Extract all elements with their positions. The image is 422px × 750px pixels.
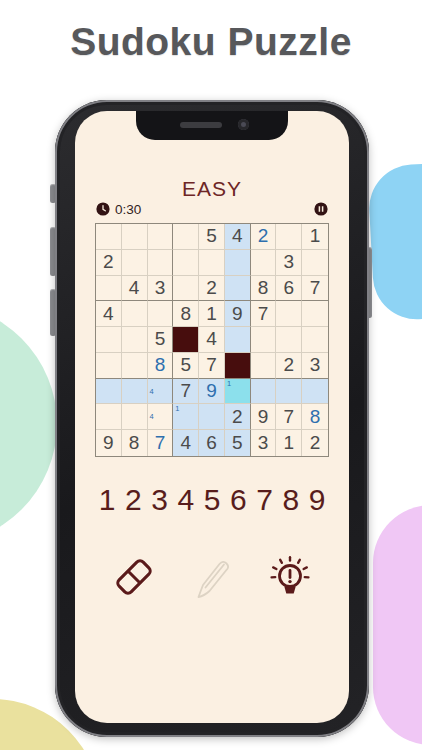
difficulty-label: EASY: [75, 177, 349, 201]
cell-r3c8[interactable]: 6: [276, 276, 302, 302]
cell-r6c3[interactable]: 8: [148, 353, 174, 379]
cell-r3c1[interactable]: [96, 276, 122, 302]
cell-r9c4[interactable]: 4: [173, 430, 199, 456]
cell-r5c8[interactable]: [276, 327, 302, 353]
cell-r2c6[interactable]: [225, 250, 251, 276]
cell-r5c7[interactable]: [251, 327, 277, 353]
cell-r3c7[interactable]: 8: [251, 276, 277, 302]
cell-r2c3[interactable]: [148, 250, 174, 276]
clock-icon: [96, 202, 110, 216]
phone-notch: [136, 111, 288, 140]
cell-r8c3[interactable]: 4: [148, 404, 174, 430]
cell-r8c7[interactable]: 9: [251, 404, 277, 430]
cell-r1c8[interactable]: [276, 224, 302, 250]
cell-r9c2[interactable]: 8: [122, 430, 148, 456]
phone-frame: EASY 0:30: [55, 100, 369, 737]
cell-r5c9[interactable]: [302, 327, 328, 353]
cell-r5c2[interactable]: [122, 327, 148, 353]
cell-r2c5[interactable]: [199, 250, 225, 276]
cell-r6c4[interactable]: 5: [173, 353, 199, 379]
cell-r1c5[interactable]: 5: [199, 224, 225, 250]
cell-r4c4[interactable]: 8: [173, 301, 199, 327]
cell-r3c2[interactable]: 4: [122, 276, 148, 302]
numpad-2[interactable]: 2: [122, 482, 144, 518]
cell-r5c6[interactable]: [225, 327, 251, 353]
eraser-icon: [112, 555, 156, 599]
cell-r2c9[interactable]: [302, 250, 328, 276]
cell-r2c1[interactable]: 2: [96, 250, 122, 276]
pencil-notes: 4: [148, 379, 173, 404]
number-pad: 123456789: [96, 482, 328, 518]
app-screen: EASY 0:30: [75, 111, 349, 723]
numpad-6[interactable]: 6: [227, 482, 249, 518]
cell-r2c4[interactable]: [173, 250, 199, 276]
cell-r7c1[interactable]: [96, 379, 122, 405]
cell-r6c1[interactable]: [96, 353, 122, 379]
numpad-4[interactable]: 4: [175, 482, 197, 518]
pencil-notes: 1: [225, 379, 250, 404]
cell-r8c6[interactable]: 2: [225, 404, 251, 430]
cell-r3c9[interactable]: 7: [302, 276, 328, 302]
cell-r4c1[interactable]: 4: [96, 301, 122, 327]
numpad-7[interactable]: 7: [254, 482, 276, 518]
cell-r1c1[interactable]: [96, 224, 122, 250]
cell-r3c6[interactable]: [225, 276, 251, 302]
cell-r1c9[interactable]: 1: [302, 224, 328, 250]
decor-blob-blue: [367, 159, 422, 321]
cell-r7c3[interactable]: 4: [148, 379, 174, 405]
timer-row: 0:30: [96, 201, 328, 217]
cell-r2c2[interactable]: [122, 250, 148, 276]
sudoku-grid: 5421234328674819754857234791412978987465…: [95, 223, 329, 457]
cell-r4c2[interactable]: [122, 301, 148, 327]
cell-r7c8[interactable]: [276, 379, 302, 405]
cell-r8c9[interactable]: 8: [302, 404, 328, 430]
eraser-button[interactable]: [111, 554, 157, 600]
cell-r1c3[interactable]: [148, 224, 174, 250]
cell-r6c9[interactable]: 3: [302, 353, 328, 379]
front-camera: [238, 119, 249, 130]
pause-icon: [314, 202, 328, 216]
tool-bar: [111, 554, 313, 600]
decor-blob-purple: [373, 505, 422, 745]
cell-r9c1[interactable]: 9: [96, 430, 122, 456]
cell-r8c8[interactable]: 7: [276, 404, 302, 430]
cell-r7c4[interactable]: 7: [173, 379, 199, 405]
cell-r8c5[interactable]: [199, 404, 225, 430]
cell-r6c5[interactable]: 7: [199, 353, 225, 379]
numpad-1[interactable]: 1: [96, 482, 118, 518]
cell-r4c6[interactable]: 9: [225, 301, 251, 327]
hint-button[interactable]: [267, 554, 313, 600]
page-background: Sudoku Puzzle EASY 0:30: [0, 0, 422, 750]
cell-r2c8[interactable]: 3: [276, 250, 302, 276]
numpad-5[interactable]: 5: [201, 482, 223, 518]
cell-r8c1[interactable]: [96, 404, 122, 430]
cell-r1c2[interactable]: [122, 224, 148, 250]
cell-r6c2[interactable]: [122, 353, 148, 379]
cell-r9c6[interactable]: 5: [225, 430, 251, 456]
timer-value: 0:30: [115, 202, 141, 217]
cell-r3c5[interactable]: 2: [199, 276, 225, 302]
cell-r5c1[interactable]: [96, 327, 122, 353]
cell-r7c2[interactable]: [122, 379, 148, 405]
cell-r6c6[interactable]: [225, 353, 251, 379]
pencil-notes: 1: [173, 404, 198, 429]
cell-r5c3[interactable]: 5: [148, 327, 174, 353]
cell-r2c7[interactable]: [251, 250, 277, 276]
pause-button[interactable]: [314, 202, 328, 216]
cell-r1c6[interactable]: 4: [225, 224, 251, 250]
cell-r4c5[interactable]: 1: [199, 301, 225, 327]
cell-r3c3[interactable]: 3: [148, 276, 174, 302]
numpad-8[interactable]: 8: [280, 482, 302, 518]
cell-r7c7[interactable]: [251, 379, 277, 405]
cell-r4c8[interactable]: [276, 301, 302, 327]
cell-r9c5[interactable]: 6: [199, 430, 225, 456]
speaker-grill: [180, 122, 222, 128]
cell-r4c9[interactable]: [302, 301, 328, 327]
cell-r5c5[interactable]: 4: [199, 327, 225, 353]
cell-r1c7[interactable]: 2: [251, 224, 277, 250]
cell-r4c3[interactable]: [148, 301, 174, 327]
numpad-3[interactable]: 3: [149, 482, 171, 518]
cell-r9c8[interactable]: 1: [276, 430, 302, 456]
cell-r9c3[interactable]: 7: [148, 430, 174, 456]
lightbulb-icon: [267, 554, 313, 600]
cell-r7c9[interactable]: [302, 379, 328, 405]
cell-r7c5[interactable]: 9: [199, 379, 225, 405]
cell-r5c4[interactable]: [173, 327, 199, 353]
cell-r6c7[interactable]: [251, 353, 277, 379]
cell-r8c4[interactable]: 1: [173, 404, 199, 430]
pencil-icon: [189, 554, 235, 600]
decor-blob-mint: [0, 303, 57, 545]
cell-r4c7[interactable]: 7: [251, 301, 277, 327]
pencil-button[interactable]: [189, 554, 235, 600]
cell-r9c7[interactable]: 3: [251, 430, 277, 456]
numpad-9[interactable]: 9: [306, 482, 328, 518]
page-title: Sudoku Puzzle: [0, 20, 422, 64]
cell-r9c9[interactable]: 2: [302, 430, 328, 456]
pencil-notes: 4: [148, 404, 173, 429]
cell-r7c6[interactable]: 1: [225, 379, 251, 405]
cell-r1c4[interactable]: [173, 224, 199, 250]
cell-r8c2[interactable]: [122, 404, 148, 430]
cell-r3c4[interactable]: [173, 276, 199, 302]
cell-r6c8[interactable]: 2: [276, 353, 302, 379]
